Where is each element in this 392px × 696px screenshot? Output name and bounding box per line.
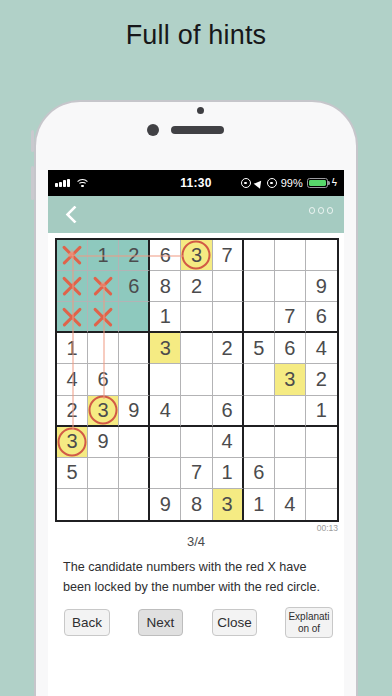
hint-message: The candidate numbers with the red X hav… (63, 558, 334, 597)
alarm-clock-icon (267, 178, 277, 188)
sudoku-cell[interactable] (244, 396, 275, 427)
sudoku-cell[interactable] (306, 458, 337, 489)
hint-arrow-head (99, 280, 107, 287)
sudoku-cell[interactable]: 4 (213, 427, 244, 458)
sudoku-cell[interactable]: 6 (244, 458, 275, 489)
sudoku-cell[interactable] (306, 240, 337, 271)
sudoku-cell[interactable] (119, 302, 150, 333)
sudoku-cell[interactable]: 2 (181, 271, 212, 302)
sudoku-cell[interactable] (244, 364, 275, 395)
sudoku-cell[interactable]: 9 (150, 489, 181, 520)
sudoku-cell[interactable] (150, 364, 181, 395)
sudoku-cell[interactable] (244, 271, 275, 302)
sudoku-cell[interactable] (213, 302, 244, 333)
sudoku-cell[interactable]: 4 (150, 396, 181, 427)
battery-icon (307, 178, 328, 189)
sudoku-cell[interactable]: 5 (57, 458, 88, 489)
sudoku-cell[interactable]: 9 (88, 427, 119, 458)
sudoku-cell[interactable] (88, 458, 119, 489)
menu-dots-button[interactable] (309, 207, 334, 214)
sudoku-cell[interactable]: 9 (119, 396, 150, 427)
sudoku-cell[interactable] (119, 364, 150, 395)
sudoku-cell[interactable] (244, 302, 275, 333)
sudoku-cell[interactable] (181, 333, 212, 364)
sudoku-cell[interactable]: 7 (275, 302, 306, 333)
rotation-lock-icon (241, 178, 251, 188)
sudoku-cell[interactable] (119, 489, 150, 520)
sudoku-cell[interactable]: 7 (213, 240, 244, 271)
hint-arrow-head (68, 249, 76, 256)
sudoku-cell[interactable] (275, 427, 306, 458)
sudoku-cell[interactable] (57, 489, 88, 520)
sudoku-cell[interactable] (275, 458, 306, 489)
page-title: Full of hints (0, 20, 392, 51)
sudoku-cell[interactable]: 3 (213, 489, 244, 520)
sudoku-cell[interactable] (244, 240, 275, 271)
hint-arrow (103, 286, 105, 399)
sudoku-cell[interactable]: 3 (88, 396, 119, 427)
sudoku-cell[interactable] (213, 271, 244, 302)
location-arrow-icon (253, 178, 264, 188)
hint-arrow (72, 255, 74, 430)
hint-step-counter: 3/4 (48, 534, 344, 549)
sudoku-cell[interactable]: 1 (244, 489, 275, 520)
next-button[interactable]: Next (138, 609, 183, 636)
sudoku-cell[interactable]: 2 (306, 364, 337, 395)
phone-screen: 11:30 99% ϟ 1263768291761325644632239461… (48, 170, 344, 696)
explanation-button-line2: on of (298, 623, 320, 635)
sudoku-cell[interactable] (181, 302, 212, 333)
sudoku-cell[interactable]: 9 (306, 271, 337, 302)
sudoku-cell[interactable]: 1 (213, 458, 244, 489)
sudoku-cell[interactable]: 6 (213, 396, 244, 427)
sudoku-cell[interactable]: 2 (213, 333, 244, 364)
battery-percent: 99% (281, 177, 303, 189)
sudoku-cell[interactable] (181, 396, 212, 427)
sudoku-cell[interactable] (119, 458, 150, 489)
sudoku-cell[interactable] (275, 271, 306, 302)
phone-sensor-dot (197, 107, 204, 114)
nav-bar (48, 196, 344, 233)
back-chevron-button[interactable] (61, 204, 83, 226)
hint-timer: 00:13 (317, 523, 338, 533)
sudoku-cell[interactable] (244, 427, 275, 458)
sudoku-cell[interactable]: 7 (181, 458, 212, 489)
sudoku-cell[interactable] (88, 489, 119, 520)
sudoku-cell[interactable]: 4 (275, 489, 306, 520)
hint-arrow (77, 255, 185, 257)
sudoku-cell[interactable] (181, 427, 212, 458)
phone-speaker (171, 126, 224, 134)
sudoku-cell[interactable]: 4 (306, 333, 337, 364)
phone-frame: 11:30 99% ϟ 1263768291761325644632239461… (34, 100, 358, 696)
sudoku-cell[interactable]: 8 (181, 489, 212, 520)
sudoku-cell[interactable]: 3 (275, 364, 306, 395)
back-button[interactable]: Back (64, 609, 110, 636)
phone-side-button (31, 130, 34, 152)
sudoku-cell[interactable]: 6 (275, 333, 306, 364)
sudoku-cell[interactable] (181, 364, 212, 395)
sudoku-cell[interactable]: 3 (150, 333, 181, 364)
explanation-button[interactable]: Explanati on of (285, 607, 333, 638)
sudoku-cell[interactable]: 3 (181, 240, 212, 271)
sudoku-cell[interactable]: 1 (150, 302, 181, 333)
phone-side-button (31, 166, 34, 200)
sudoku-cell[interactable]: 5 (244, 333, 275, 364)
sudoku-cell[interactable] (213, 364, 244, 395)
charging-bolt-icon: ϟ (332, 178, 337, 188)
sudoku-cell[interactable] (119, 427, 150, 458)
explanation-button-line1: Explanati (288, 611, 329, 623)
status-bar: 11:30 99% ϟ (48, 170, 344, 196)
sudoku-cell[interactable]: 3 (57, 427, 88, 458)
sudoku-board: 1263768291761325644632239461394571698314 (55, 238, 339, 522)
sudoku-cell[interactable]: 6 (306, 302, 337, 333)
sudoku-cell[interactable] (150, 427, 181, 458)
phone-camera (147, 124, 159, 136)
sudoku-cell[interactable] (275, 240, 306, 271)
sudoku-cell[interactable] (306, 489, 337, 520)
sudoku-cell[interactable]: 6 (119, 271, 150, 302)
chevron-left-icon (65, 205, 83, 223)
sudoku-cell[interactable] (119, 333, 150, 364)
sudoku-cell[interactable]: 1 (306, 396, 337, 427)
sudoku-cell[interactable] (275, 396, 306, 427)
sudoku-cell[interactable] (306, 427, 337, 458)
sudoku-cell[interactable] (150, 458, 181, 489)
close-button[interactable]: Close (212, 609, 257, 636)
sudoku-cell[interactable]: 8 (150, 271, 181, 302)
